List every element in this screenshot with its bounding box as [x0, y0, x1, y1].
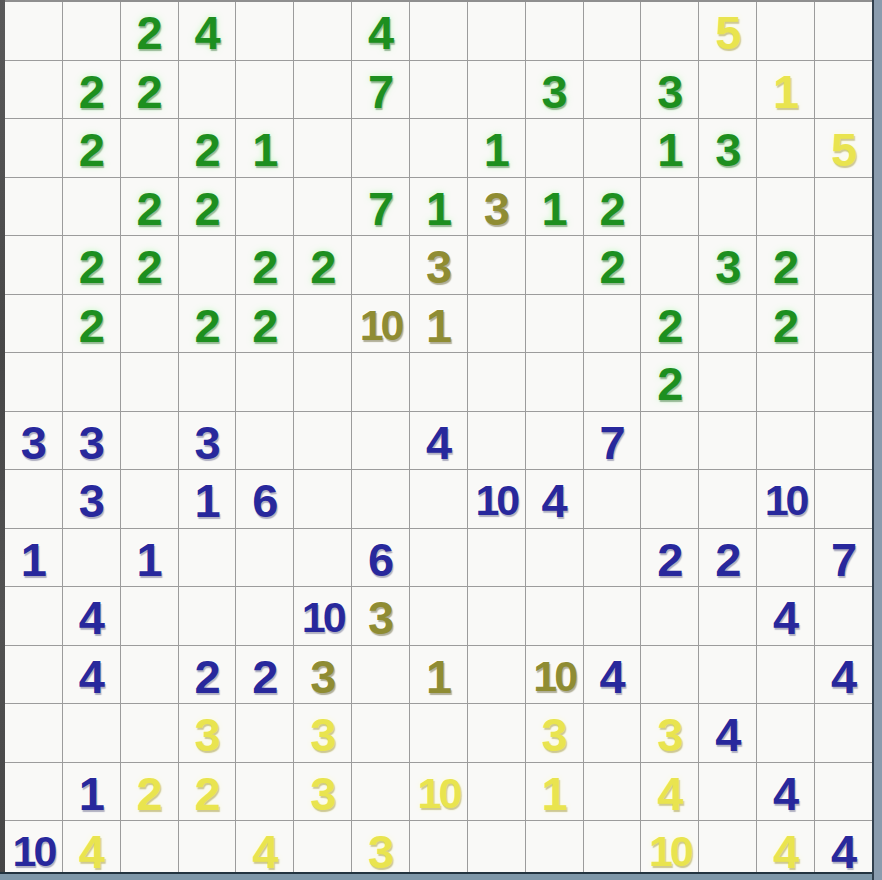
cell-r3c8[interactable]: 3 — [468, 178, 526, 237]
clue-number: 2 — [715, 536, 740, 583]
clue-number: 4 — [773, 828, 798, 872]
cell-r1c3[interactable] — [179, 61, 237, 120]
cell-r13c1[interactable]: 1 — [63, 763, 121, 822]
cell-r0c4[interactable] — [236, 2, 294, 61]
cell-r11c3[interactable]: 2 — [179, 646, 237, 705]
clue-number: 2 — [657, 302, 682, 349]
cell-r13c13[interactable]: 4 — [757, 763, 815, 822]
cell-r4c7[interactable]: 3 — [410, 236, 468, 295]
cell-r2c0[interactable] — [5, 119, 63, 178]
cell-r6c2[interactable] — [121, 353, 179, 412]
clue-number: 2 — [657, 360, 682, 407]
cell-r0c13[interactable] — [757, 2, 815, 61]
cell-r7c1[interactable]: 3 — [63, 412, 121, 471]
cell-r5c0[interactable] — [5, 295, 63, 354]
puzzle-board: 2445227331221113522713122222323222210122… — [5, 0, 872, 872]
cell-r13c2[interactable]: 2 — [121, 763, 179, 822]
cell-r7c0[interactable]: 3 — [5, 412, 63, 471]
clue-number: 1 — [542, 185, 567, 232]
cell-r0c11[interactable] — [641, 2, 699, 61]
cell-r9c7[interactable] — [410, 529, 468, 588]
cell-r7c9[interactable] — [526, 412, 584, 471]
clue-number: 10 — [418, 772, 460, 815]
cell-r8c2[interactable] — [121, 470, 179, 529]
cell-r5c8[interactable] — [468, 295, 526, 354]
cell-r11c2[interactable] — [121, 646, 179, 705]
cell-r1c8[interactable] — [468, 61, 526, 120]
cell-r9c5[interactable] — [294, 529, 352, 588]
cell-r7c4[interactable] — [236, 412, 294, 471]
cell-r4c14[interactable] — [815, 236, 872, 295]
cell-r2c6[interactable] — [352, 119, 410, 178]
cell-r1c5[interactable] — [294, 61, 352, 120]
clue-number: 1 — [252, 126, 277, 173]
cell-r11c7[interactable]: 1 — [410, 646, 468, 705]
clue-number: 4 — [79, 828, 104, 872]
cell-r14c0[interactable]: 10 — [5, 821, 63, 872]
cell-r6c12[interactable] — [699, 353, 757, 412]
clue-number: 2 — [137, 185, 162, 232]
clue-number: 4 — [715, 711, 740, 758]
cell-r14c2[interactable] — [121, 821, 179, 872]
cell-r0c14[interactable] — [815, 2, 872, 61]
clue-number: 4 — [79, 653, 104, 700]
cell-r14c4[interactable]: 4 — [236, 821, 294, 872]
cell-r14c12[interactable] — [699, 821, 757, 872]
cell-r10c10[interactable] — [584, 587, 642, 646]
cell-r13c9[interactable]: 1 — [526, 763, 584, 822]
cell-r6c0[interactable] — [5, 353, 63, 412]
clue-number: 3 — [657, 711, 682, 758]
clue-number: 1 — [773, 68, 798, 115]
cell-r10c7[interactable] — [410, 587, 468, 646]
cell-r9c14[interactable]: 7 — [815, 529, 872, 588]
cell-r1c10[interactable] — [584, 61, 642, 120]
cell-r0c10[interactable] — [584, 2, 642, 61]
cell-r12c0[interactable] — [5, 704, 63, 763]
cell-r4c1[interactable]: 2 — [63, 236, 121, 295]
clue-number: 1 — [79, 770, 104, 817]
cell-r8c6[interactable] — [352, 470, 410, 529]
cell-r14c3[interactable] — [179, 821, 237, 872]
cell-r2c14[interactable]: 5 — [815, 119, 872, 178]
clue-number: 2 — [137, 9, 162, 56]
cell-r8c13[interactable]: 10 — [757, 470, 815, 529]
clue-number: 1 — [426, 185, 451, 232]
cell-r12c3[interactable]: 3 — [179, 704, 237, 763]
cell-r12c11[interactable]: 3 — [641, 704, 699, 763]
clue-number: 3 — [79, 477, 104, 524]
cell-r1c9[interactable]: 3 — [526, 61, 584, 120]
cell-r12c1[interactable] — [63, 704, 121, 763]
cell-r10c3[interactable] — [179, 587, 237, 646]
cell-r11c6[interactable] — [352, 646, 410, 705]
clue-number: 4 — [368, 9, 393, 56]
cell-r8c14[interactable] — [815, 470, 872, 529]
clue-number: 3 — [310, 653, 335, 700]
cell-r11c9[interactable]: 10 — [526, 646, 584, 705]
cell-r2c4[interactable]: 1 — [236, 119, 294, 178]
cell-r7c7[interactable]: 4 — [410, 412, 468, 471]
cell-r13c3[interactable]: 2 — [179, 763, 237, 822]
cell-r5c4[interactable]: 2 — [236, 295, 294, 354]
cell-r14c8[interactable] — [468, 821, 526, 872]
cell-r7c5[interactable] — [294, 412, 352, 471]
cell-r8c3[interactable]: 1 — [179, 470, 237, 529]
cell-r6c3[interactable] — [179, 353, 237, 412]
clue-number: 4 — [773, 770, 798, 817]
cell-r3c7[interactable]: 1 — [410, 178, 468, 237]
clue-number: 10 — [533, 655, 575, 698]
clue-number: 2 — [252, 653, 277, 700]
clue-number: 6 — [252, 477, 277, 524]
cell-r3c10[interactable]: 2 — [584, 178, 642, 237]
cell-r8c10[interactable] — [584, 470, 642, 529]
cell-r3c4[interactable] — [236, 178, 294, 237]
clue-number: 2 — [194, 126, 219, 173]
cell-r8c9[interactable]: 4 — [526, 470, 584, 529]
cell-r6c6[interactable] — [352, 353, 410, 412]
cell-r8c0[interactable] — [5, 470, 63, 529]
cell-r5c6[interactable]: 10 — [352, 295, 410, 354]
clue-number: 3 — [194, 711, 219, 758]
cell-r9c10[interactable] — [584, 529, 642, 588]
cell-r2c5[interactable] — [294, 119, 352, 178]
cell-r0c2[interactable]: 2 — [121, 2, 179, 61]
clue-number: 1 — [426, 302, 451, 349]
cell-r4c11[interactable] — [641, 236, 699, 295]
cell-r8c12[interactable] — [699, 470, 757, 529]
cell-r11c11[interactable] — [641, 646, 699, 705]
cell-r1c1[interactable]: 2 — [63, 61, 121, 120]
cell-r10c2[interactable] — [121, 587, 179, 646]
cell-r0c3[interactable]: 4 — [179, 2, 237, 61]
cell-r2c7[interactable] — [410, 119, 468, 178]
clue-number: 2 — [137, 243, 162, 290]
cell-r9c6[interactable]: 6 — [352, 529, 410, 588]
clue-number: 2 — [599, 243, 624, 290]
cell-r13c4[interactable] — [236, 763, 294, 822]
cell-r14c1[interactable]: 4 — [63, 821, 121, 872]
clue-number: 1 — [137, 536, 162, 583]
clue-number: 4 — [79, 594, 104, 641]
cell-r12c9[interactable]: 3 — [526, 704, 584, 763]
cell-r4c9[interactable] — [526, 236, 584, 295]
cell-r11c5[interactable]: 3 — [294, 646, 352, 705]
cell-r11c13[interactable] — [757, 646, 815, 705]
cell-r10c13[interactable]: 4 — [757, 587, 815, 646]
cell-r6c13[interactable] — [757, 353, 815, 412]
cell-r12c8[interactable] — [468, 704, 526, 763]
cell-r3c9[interactable]: 1 — [526, 178, 584, 237]
cell-r1c4[interactable] — [236, 61, 294, 120]
cell-r0c5[interactable] — [294, 2, 352, 61]
cell-r5c10[interactable] — [584, 295, 642, 354]
cell-r4c13[interactable]: 2 — [757, 236, 815, 295]
clue-number: 2 — [194, 653, 219, 700]
cell-r0c1[interactable] — [63, 2, 121, 61]
cell-r8c5[interactable] — [294, 470, 352, 529]
clue-number: 3 — [21, 419, 46, 466]
cell-r14c7[interactable] — [410, 821, 468, 872]
window-frame: 2445227331221113522713122222323222210122… — [0, 0, 882, 880]
clue-number: 1 — [426, 653, 451, 700]
clue-number: 10 — [475, 479, 517, 522]
cell-r12c14[interactable] — [815, 704, 872, 763]
cell-r2c12[interactable]: 3 — [699, 119, 757, 178]
clue-number: 3 — [426, 243, 451, 290]
cell-r13c14[interactable] — [815, 763, 872, 822]
cell-r9c2[interactable]: 1 — [121, 529, 179, 588]
clue-number: 2 — [599, 185, 624, 232]
cell-r8c11[interactable] — [641, 470, 699, 529]
cell-r6c8[interactable] — [468, 353, 526, 412]
cell-r3c3[interactable]: 2 — [179, 178, 237, 237]
cell-r4c3[interactable] — [179, 236, 237, 295]
clue-number: 1 — [657, 126, 682, 173]
cell-r2c10[interactable] — [584, 119, 642, 178]
cell-r1c14[interactable] — [815, 61, 872, 120]
clue-number: 5 — [715, 9, 740, 56]
cell-r7c10[interactable]: 7 — [584, 412, 642, 471]
clue-number: 4 — [252, 828, 277, 872]
cell-r9c13[interactable] — [757, 529, 815, 588]
cell-r8c1[interactable]: 3 — [63, 470, 121, 529]
clue-number: 3 — [657, 68, 682, 115]
cell-r10c0[interactable] — [5, 587, 63, 646]
cell-r3c14[interactable] — [815, 178, 872, 237]
cell-r12c7[interactable] — [410, 704, 468, 763]
cell-r9c12[interactable]: 2 — [699, 529, 757, 588]
cell-r10c8[interactable] — [468, 587, 526, 646]
cell-r6c5[interactable] — [294, 353, 352, 412]
cell-r7c14[interactable] — [815, 412, 872, 471]
cell-r9c9[interactable] — [526, 529, 584, 588]
cell-r13c0[interactable] — [5, 763, 63, 822]
clue-number: 10 — [360, 304, 402, 347]
cell-r4c8[interactable] — [468, 236, 526, 295]
cell-r13c10[interactable] — [584, 763, 642, 822]
clue-number: 3 — [368, 828, 393, 872]
cell-r5c1[interactable]: 2 — [63, 295, 121, 354]
cell-r6c4[interactable] — [236, 353, 294, 412]
cell-r13c5[interactable]: 3 — [294, 763, 352, 822]
cell-r9c4[interactable] — [236, 529, 294, 588]
clue-number: 4 — [831, 828, 856, 872]
cell-r10c12[interactable] — [699, 587, 757, 646]
clue-number: 2 — [137, 770, 162, 817]
cell-r4c4[interactable]: 2 — [236, 236, 294, 295]
clue-number: 2 — [773, 302, 798, 349]
cell-r1c11[interactable]: 3 — [641, 61, 699, 120]
clue-number: 3 — [542, 68, 567, 115]
cell-r11c8[interactable] — [468, 646, 526, 705]
cell-r10c9[interactable] — [526, 587, 584, 646]
cell-r14c14[interactable]: 4 — [815, 821, 872, 872]
cell-r4c2[interactable]: 2 — [121, 236, 179, 295]
cell-r5c14[interactable] — [815, 295, 872, 354]
cell-r5c11[interactable]: 2 — [641, 295, 699, 354]
clue-number: 2 — [79, 302, 104, 349]
cell-r10c11[interactable] — [641, 587, 699, 646]
cell-r6c11[interactable]: 2 — [641, 353, 699, 412]
clue-number: 3 — [310, 770, 335, 817]
window-edge-right — [872, 0, 882, 880]
cell-r9c3[interactable] — [179, 529, 237, 588]
cell-r0c7[interactable] — [410, 2, 468, 61]
clue-number: 5 — [831, 126, 856, 173]
cell-r6c7[interactable] — [410, 353, 468, 412]
clue-number: 2 — [252, 302, 277, 349]
cell-r13c11[interactable]: 4 — [641, 763, 699, 822]
cell-r14c9[interactable] — [526, 821, 584, 872]
cell-r0c0[interactable] — [5, 2, 63, 61]
clue-number: 4 — [426, 419, 451, 466]
cell-r4c6[interactable] — [352, 236, 410, 295]
cell-r12c2[interactable] — [121, 704, 179, 763]
cell-r11c0[interactable] — [5, 646, 63, 705]
clue-number: 2 — [79, 68, 104, 115]
cell-r12c13[interactable] — [757, 704, 815, 763]
clue-number: 7 — [831, 536, 856, 583]
cell-r3c1[interactable] — [63, 178, 121, 237]
clue-number: 2 — [773, 243, 798, 290]
clue-number: 3 — [715, 126, 740, 173]
clue-number: 1 — [484, 126, 509, 173]
cell-r1c2[interactable]: 2 — [121, 61, 179, 120]
cell-r5c5[interactable] — [294, 295, 352, 354]
cell-r3c11[interactable] — [641, 178, 699, 237]
clue-number: 4 — [599, 653, 624, 700]
cell-r11c4[interactable]: 2 — [236, 646, 294, 705]
cell-r9c1[interactable] — [63, 529, 121, 588]
cell-r2c13[interactable] — [757, 119, 815, 178]
cell-r1c0[interactable] — [5, 61, 63, 120]
clue-number: 10 — [649, 830, 691, 872]
cell-r6c9[interactable] — [526, 353, 584, 412]
cell-r1c12[interactable] — [699, 61, 757, 120]
cell-r5c3[interactable]: 2 — [179, 295, 237, 354]
cell-r7c8[interactable] — [468, 412, 526, 471]
cell-r0c8[interactable] — [468, 2, 526, 61]
cell-r3c6[interactable]: 7 — [352, 178, 410, 237]
clue-number: 2 — [194, 770, 219, 817]
cell-r0c6[interactable]: 4 — [352, 2, 410, 61]
cell-r5c9[interactable] — [526, 295, 584, 354]
cell-r2c11[interactable]: 1 — [641, 119, 699, 178]
cell-r11c14[interactable]: 4 — [815, 646, 872, 705]
cell-r13c7[interactable]: 10 — [410, 763, 468, 822]
clue-number: 3 — [542, 711, 567, 758]
cell-r2c9[interactable] — [526, 119, 584, 178]
cell-r7c3[interactable]: 3 — [179, 412, 237, 471]
clue-number: 3 — [79, 419, 104, 466]
cell-r12c5[interactable]: 3 — [294, 704, 352, 763]
cell-r3c2[interactable]: 2 — [121, 178, 179, 237]
cell-r5c7[interactable]: 1 — [410, 295, 468, 354]
clue-number: 2 — [194, 302, 219, 349]
cell-r7c13[interactable] — [757, 412, 815, 471]
cell-r11c10[interactable]: 4 — [584, 646, 642, 705]
cell-r8c4[interactable]: 6 — [236, 470, 294, 529]
cell-r9c8[interactable] — [468, 529, 526, 588]
cell-r7c11[interactable] — [641, 412, 699, 471]
clue-number: 1 — [194, 477, 219, 524]
clue-number: 10 — [765, 479, 807, 522]
cell-r13c6[interactable] — [352, 763, 410, 822]
clue-number: 3 — [310, 711, 335, 758]
cell-r2c1[interactable]: 2 — [63, 119, 121, 178]
cell-r14c5[interactable] — [294, 821, 352, 872]
cell-r5c2[interactable] — [121, 295, 179, 354]
cell-r6c10[interactable] — [584, 353, 642, 412]
cell-r10c14[interactable] — [815, 587, 872, 646]
cell-r6c14[interactable] — [815, 353, 872, 412]
clue-number: 3 — [715, 243, 740, 290]
cell-r11c1[interactable]: 4 — [63, 646, 121, 705]
cell-r10c1[interactable]: 4 — [63, 587, 121, 646]
cell-r9c11[interactable]: 2 — [641, 529, 699, 588]
cell-r0c12[interactable]: 5 — [699, 2, 757, 61]
cell-r2c8[interactable]: 1 — [468, 119, 526, 178]
cell-r0c9[interactable] — [526, 2, 584, 61]
clue-number: 7 — [368, 185, 393, 232]
cell-r1c7[interactable] — [410, 61, 468, 120]
cell-r4c5[interactable]: 2 — [294, 236, 352, 295]
cell-r8c8[interactable]: 10 — [468, 470, 526, 529]
cell-r3c5[interactable] — [294, 178, 352, 237]
cell-r12c10[interactable] — [584, 704, 642, 763]
clue-number: 3 — [484, 185, 509, 232]
cell-r3c13[interactable] — [757, 178, 815, 237]
clue-number: 1 — [542, 770, 567, 817]
cell-r9c0[interactable]: 1 — [5, 529, 63, 588]
cell-r7c2[interactable] — [121, 412, 179, 471]
cell-r14c11[interactable]: 10 — [641, 821, 699, 872]
cell-r14c6[interactable]: 3 — [352, 821, 410, 872]
clue-number: 4 — [542, 477, 567, 524]
cell-r14c10[interactable] — [584, 821, 642, 872]
cell-r11c12[interactable] — [699, 646, 757, 705]
clue-number: 2 — [194, 185, 219, 232]
cell-r7c6[interactable] — [352, 412, 410, 471]
cell-r4c12[interactable]: 3 — [699, 236, 757, 295]
cell-r3c12[interactable] — [699, 178, 757, 237]
cell-r4c10[interactable]: 2 — [584, 236, 642, 295]
cell-r10c6[interactable]: 3 — [352, 587, 410, 646]
cell-r5c12[interactable] — [699, 295, 757, 354]
cell-r4c0[interactable] — [5, 236, 63, 295]
clue-number: 10 — [13, 830, 55, 872]
cell-r14c13[interactable]: 4 — [757, 821, 815, 872]
cell-r5c13[interactable]: 2 — [757, 295, 815, 354]
cell-r3c0[interactable] — [5, 178, 63, 237]
cell-r13c8[interactable] — [468, 763, 526, 822]
cell-r7c12[interactable] — [699, 412, 757, 471]
cell-r8c7[interactable] — [410, 470, 468, 529]
cell-r13c12[interactable] — [699, 763, 757, 822]
cell-r10c4[interactable] — [236, 587, 294, 646]
cell-r1c6[interactable]: 7 — [352, 61, 410, 120]
cell-r12c12[interactable]: 4 — [699, 704, 757, 763]
cell-r6c1[interactable] — [63, 353, 121, 412]
cell-r1c13[interactable]: 1 — [757, 61, 815, 120]
cell-r10c5[interactable]: 10 — [294, 587, 352, 646]
cell-r2c3[interactable]: 2 — [179, 119, 237, 178]
cell-r2c2[interactable] — [121, 119, 179, 178]
cell-r12c4[interactable] — [236, 704, 294, 763]
cell-r12c6[interactable] — [352, 704, 410, 763]
